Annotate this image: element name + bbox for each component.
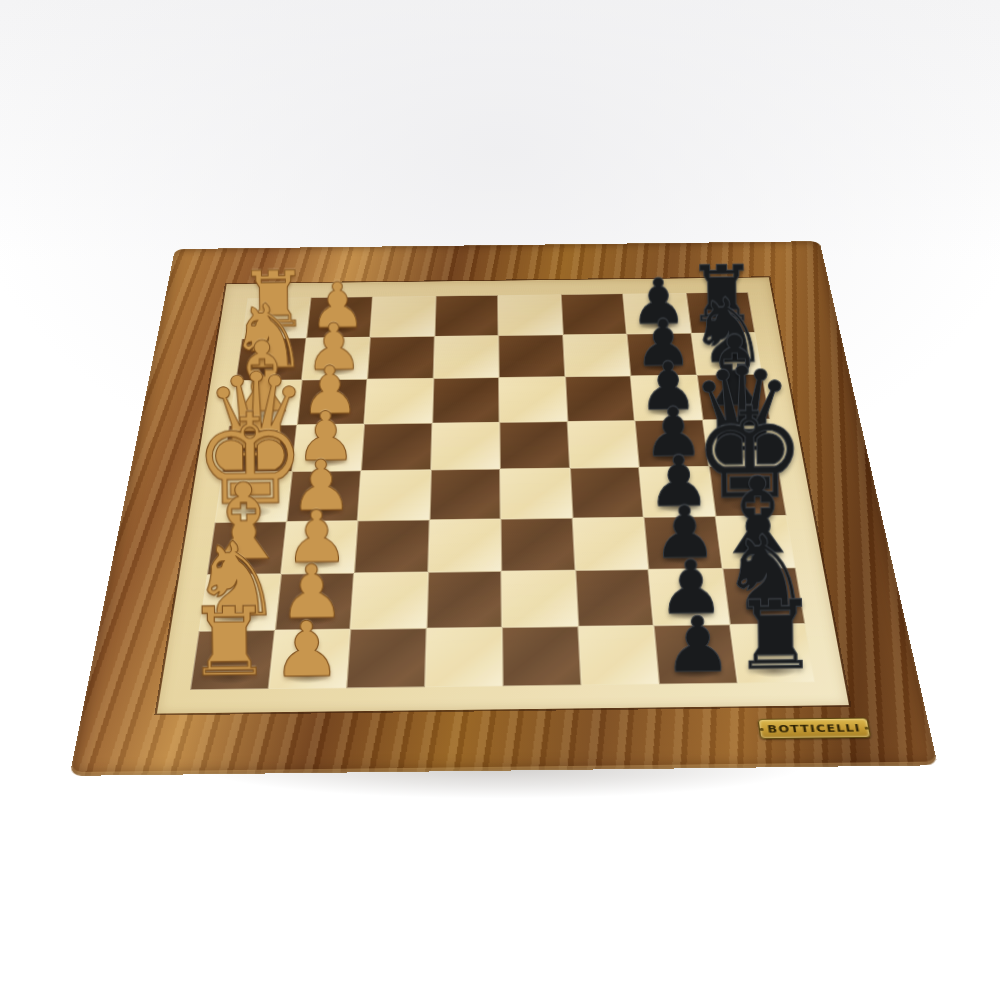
brand-plaque: BOTTICELLI [757, 718, 871, 740]
square-c4[interactable] [428, 519, 502, 572]
chess-board-frame: ♜♟♟♜♞♟♟♞♝♟♟♝♛♟♟♛♚♟♟♚♝♟♟♝♞♟♟♞♜♟♟♜ BOTTICE… [70, 241, 938, 776]
white-rook[interactable]: ♜ [149, 597, 307, 689]
brand-plaque-label: BOTTICELLI [767, 722, 862, 735]
square-a1[interactable]: ♜ [190, 630, 275, 690]
square-b4[interactable] [426, 571, 502, 628]
square-c5[interactable] [501, 518, 575, 571]
board-grid: ♜♟♟♜♞♟♟♞♝♟♟♝♛♟♟♛♚♟♟♚♝♟♟♝♞♟♟♞♜♟♟♜ [190, 292, 815, 690]
square-a5[interactable] [502, 626, 581, 686]
plaque-screw-icon [865, 726, 869, 729]
square-d5[interactable] [500, 468, 572, 519]
square-a8[interactable]: ♜ [729, 623, 815, 683]
square-a4[interactable] [424, 627, 502, 687]
plaque-screw-icon [759, 728, 763, 731]
square-h5[interactable] [498, 294, 563, 335]
square-h4[interactable] [434, 295, 498, 336]
square-f5[interactable] [499, 377, 567, 422]
square-g5[interactable] [498, 335, 564, 378]
square-g4[interactable] [433, 335, 499, 378]
square-e5[interactable] [499, 421, 569, 469]
photo-background: ♜♟♟♜♞♟♟♞♝♟♟♝♛♟♟♛♚♟♟♚♝♟♟♝♞♟♟♞♜♟♟♜ BOTTICE… [0, 0, 1000, 1000]
square-b5[interactable] [501, 570, 577, 627]
board-3d-wrapper: ♜♟♟♜♞♟♟♞♝♟♟♝♛♟♟♛♚♟♟♚♝♟♟♝♞♟♟♞♜♟♟♜ BOTTICE… [126, 95, 875, 844]
board-playing-field: ♜♟♟♜♞♟♟♞♝♟♟♝♛♟♟♛♚♟♟♚♝♟♟♝♞♟♟♞♜♟♟♜ [157, 277, 849, 713]
square-e4[interactable] [431, 422, 500, 470]
square-f4[interactable] [432, 378, 500, 423]
black-rook[interactable]: ♜ [696, 590, 854, 682]
square-d4[interactable] [429, 469, 500, 520]
